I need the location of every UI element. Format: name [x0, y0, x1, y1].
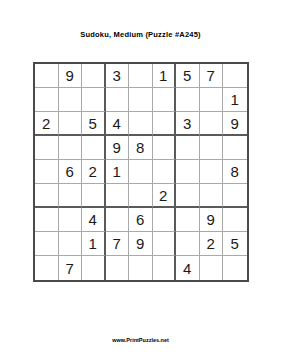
sudoku-cell-r7c7[interactable] — [176, 208, 200, 232]
sudoku-cell-r5c8[interactable] — [200, 160, 224, 184]
sudoku-cell-r1c9[interactable] — [223, 64, 247, 88]
sudoku-cell-r3c1[interactable]: 2 — [35, 112, 59, 136]
sudoku-cell-r1c2[interactable]: 9 — [59, 64, 83, 88]
sudoku-cell-r8c4[interactable]: 7 — [106, 232, 130, 256]
sudoku-cell-r4c8[interactable] — [200, 136, 224, 160]
sudoku-cell-r8c8[interactable]: 2 — [200, 232, 224, 256]
sudoku-cell-r8c1[interactable] — [35, 232, 59, 256]
sudoku-cell-r7c4[interactable] — [106, 208, 130, 232]
sudoku-cell-r9c6[interactable] — [153, 256, 177, 280]
sudoku-cell-r1c1[interactable] — [35, 64, 59, 88]
sudoku-cell-r8c3[interactable]: 1 — [82, 232, 106, 256]
sudoku-cell-r2c9[interactable]: 1 — [223, 88, 247, 112]
sudoku-cell-r6c9[interactable] — [223, 184, 247, 208]
sudoku-cell-r8c7[interactable] — [176, 232, 200, 256]
sudoku-cell-r7c6[interactable] — [153, 208, 177, 232]
sudoku-cell-r2c1[interactable] — [35, 88, 59, 112]
sudoku-cell-r5c7[interactable] — [176, 160, 200, 184]
sudoku-cell-r3c6[interactable] — [153, 112, 177, 136]
sudoku-cell-r9c3[interactable] — [82, 256, 106, 280]
sudoku-cell-r5c5[interactable] — [129, 160, 153, 184]
sudoku-cell-r4c7[interactable] — [176, 136, 200, 160]
sudoku-cell-r9c4[interactable] — [106, 256, 130, 280]
sudoku-cell-r4c2[interactable] — [59, 136, 83, 160]
sudoku-cell-r9c8[interactable] — [200, 256, 224, 280]
sudoku-cell-r4c5[interactable]: 8 — [129, 136, 153, 160]
sudoku-cell-r5c3[interactable]: 2 — [82, 160, 106, 184]
sudoku-cell-r3c5[interactable] — [129, 112, 153, 136]
sudoku-cell-r7c5[interactable]: 6 — [129, 208, 153, 232]
sudoku-cell-r4c3[interactable] — [82, 136, 106, 160]
sudoku-cell-r2c5[interactable] — [129, 88, 153, 112]
sudoku-grid: 9315712543998621824691792574 — [33, 62, 249, 282]
sudoku-cell-r5c6[interactable] — [153, 160, 177, 184]
sudoku-cell-r5c2[interactable]: 6 — [59, 160, 83, 184]
puzzle-page: Sudoku, Medium (Puzzle #A245) 9315712543… — [0, 0, 281, 363]
sudoku-cell-r6c1[interactable] — [35, 184, 59, 208]
sudoku-cell-r6c8[interactable] — [200, 184, 224, 208]
site-url: www.PrintPuzzles.net — [0, 337, 281, 343]
sudoku-cell-r2c3[interactable] — [82, 88, 106, 112]
sudoku-cell-r6c6[interactable]: 2 — [153, 184, 177, 208]
sudoku-cell-r8c9[interactable]: 5 — [223, 232, 247, 256]
sudoku-cell-r6c7[interactable] — [176, 184, 200, 208]
sudoku-cell-r7c3[interactable]: 4 — [82, 208, 106, 232]
sudoku-cell-r4c1[interactable] — [35, 136, 59, 160]
sudoku-cell-r3c9[interactable]: 9 — [223, 112, 247, 136]
sudoku-cell-r7c9[interactable] — [223, 208, 247, 232]
sudoku-cell-r7c8[interactable]: 9 — [200, 208, 224, 232]
sudoku-cell-r4c9[interactable] — [223, 136, 247, 160]
sudoku-cell-r3c7[interactable]: 3 — [176, 112, 200, 136]
puzzle-title: Sudoku, Medium (Puzzle #A245) — [0, 30, 281, 39]
sudoku-cell-r7c1[interactable] — [35, 208, 59, 232]
sudoku-cell-r1c6[interactable]: 1 — [153, 64, 177, 88]
sudoku-cell-r2c4[interactable] — [106, 88, 130, 112]
sudoku-cell-r8c5[interactable]: 9 — [129, 232, 153, 256]
sudoku-cell-r9c5[interactable] — [129, 256, 153, 280]
sudoku-cell-r1c3[interactable] — [82, 64, 106, 88]
sudoku-cell-r6c3[interactable] — [82, 184, 106, 208]
sudoku-cell-r1c8[interactable]: 7 — [200, 64, 224, 88]
sudoku-cell-r7c2[interactable] — [59, 208, 83, 232]
sudoku-cell-r9c7[interactable]: 4 — [176, 256, 200, 280]
sudoku-cell-r2c8[interactable] — [200, 88, 224, 112]
sudoku-cell-r6c5[interactable] — [129, 184, 153, 208]
sudoku-cell-r2c7[interactable] — [176, 88, 200, 112]
sudoku-cell-r3c8[interactable] — [200, 112, 224, 136]
sudoku-cell-r1c7[interactable]: 5 — [176, 64, 200, 88]
sudoku-cell-r6c4[interactable] — [106, 184, 130, 208]
sudoku-cell-r3c4[interactable]: 4 — [106, 112, 130, 136]
sudoku-cell-r1c4[interactable]: 3 — [106, 64, 130, 88]
sudoku-cell-r5c1[interactable] — [35, 160, 59, 184]
sudoku-cell-r4c6[interactable] — [153, 136, 177, 160]
sudoku-cell-r2c2[interactable] — [59, 88, 83, 112]
sudoku-cell-r9c2[interactable]: 7 — [59, 256, 83, 280]
sudoku-cell-r8c6[interactable] — [153, 232, 177, 256]
sudoku-cell-r5c9[interactable]: 8 — [223, 160, 247, 184]
sudoku-cell-r3c2[interactable] — [59, 112, 83, 136]
sudoku-cell-r6c2[interactable] — [59, 184, 83, 208]
sudoku-cell-r3c3[interactable]: 5 — [82, 112, 106, 136]
sudoku-cell-r9c1[interactable] — [35, 256, 59, 280]
sudoku-cell-r9c9[interactable] — [223, 256, 247, 280]
sudoku-cell-r5c4[interactable]: 1 — [106, 160, 130, 184]
sudoku-cell-r4c4[interactable]: 9 — [106, 136, 130, 160]
sudoku-cell-r8c2[interactable] — [59, 232, 83, 256]
sudoku-cell-r2c6[interactable] — [153, 88, 177, 112]
sudoku-cell-r1c5[interactable] — [129, 64, 153, 88]
